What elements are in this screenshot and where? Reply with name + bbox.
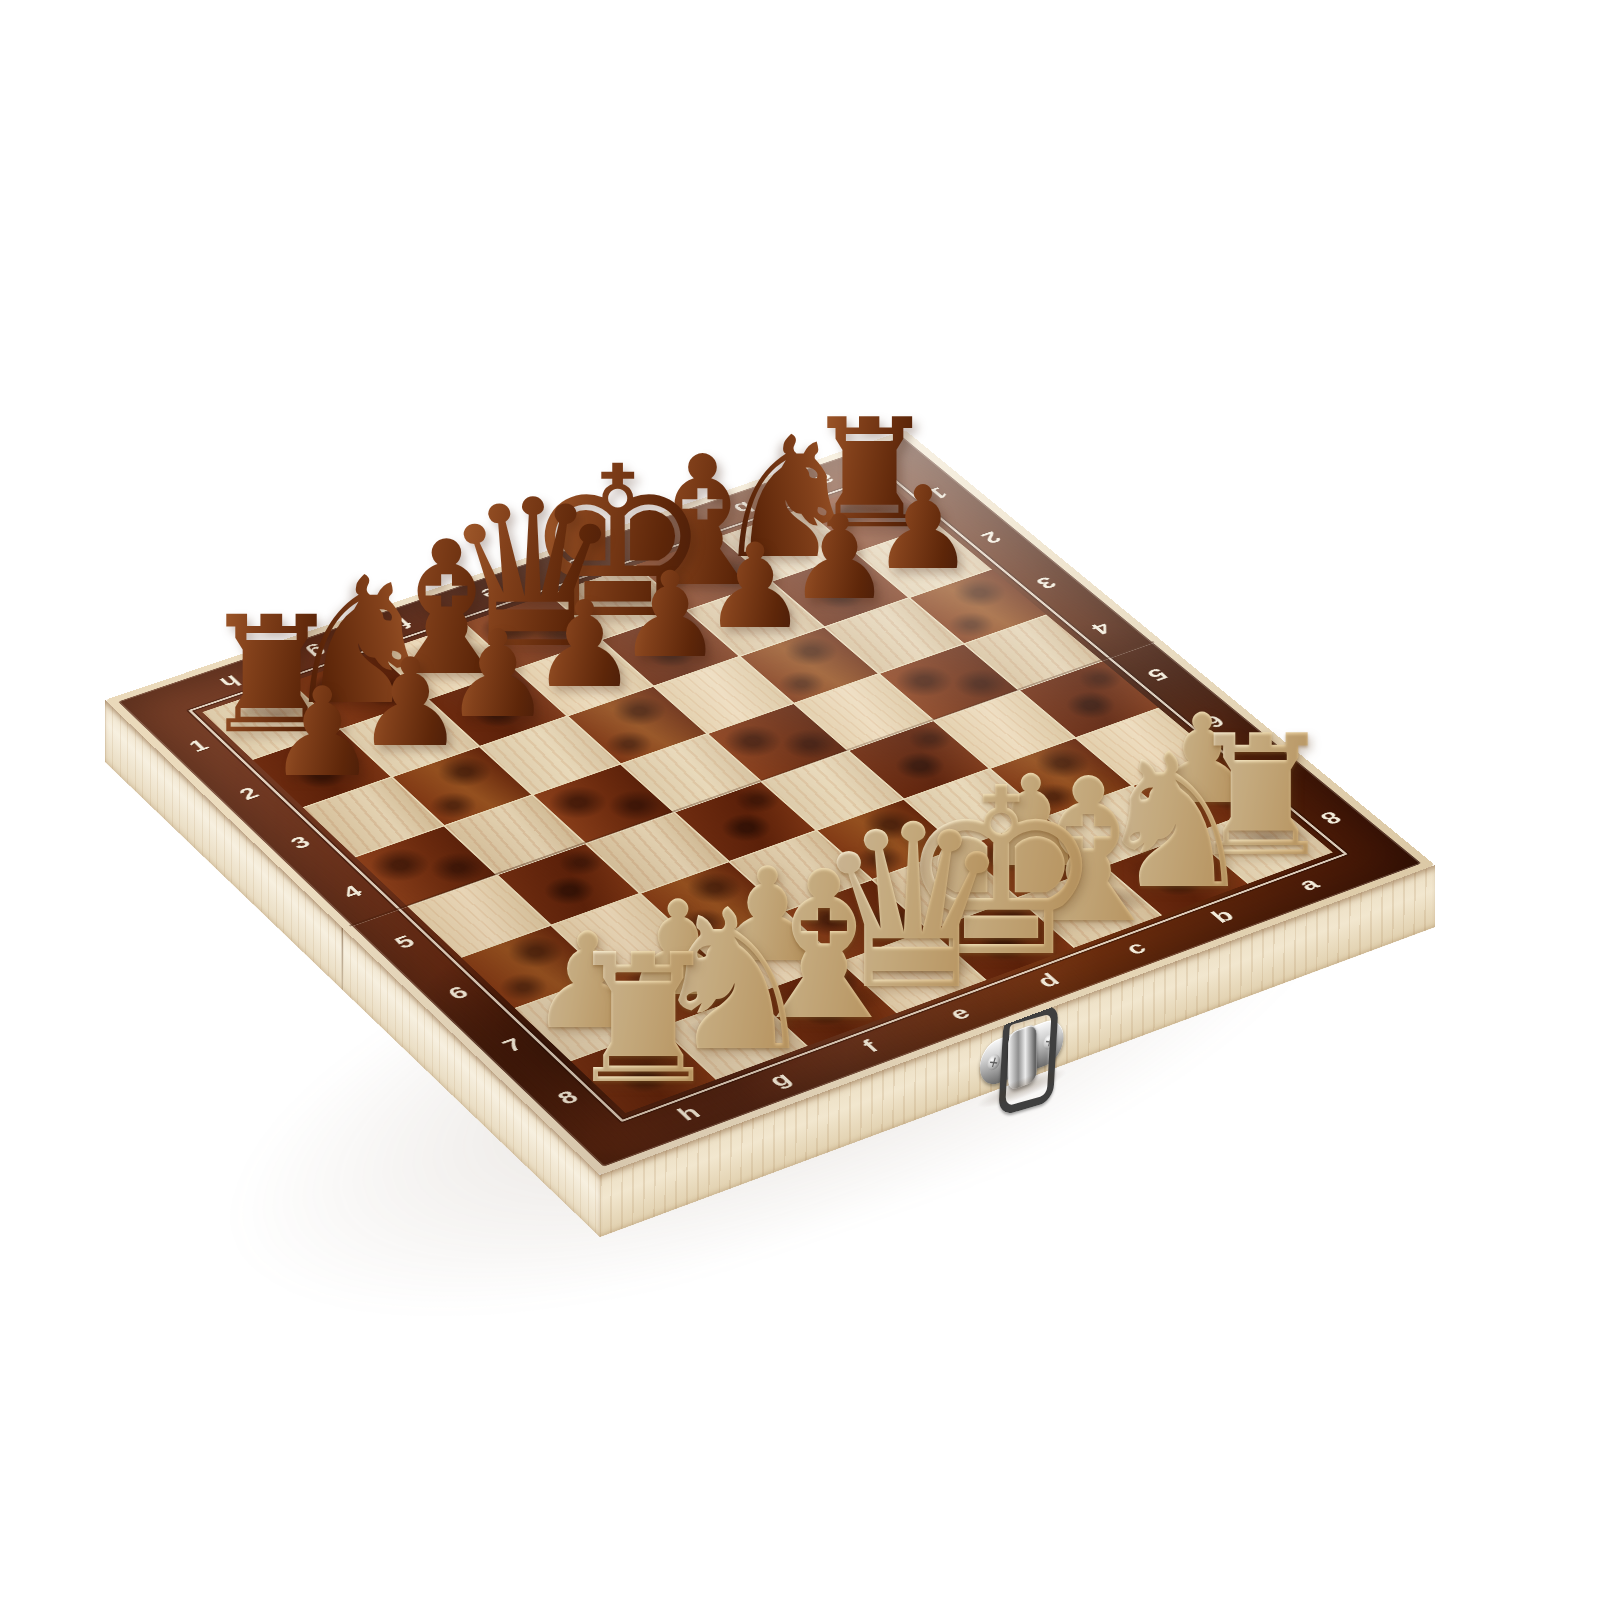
- latch-roller: [1008, 1023, 1036, 1092]
- product-photo: 11hh22gg33ff44ee55dd66cc77bb88aa ♜♞♝♚♛♝♞…: [0, 0, 1600, 1600]
- fold-seam-side: [342, 927, 343, 990]
